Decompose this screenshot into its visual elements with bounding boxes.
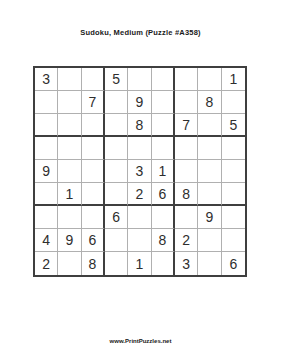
cell-r7c6 (152, 206, 175, 229)
cell-r3c6 (152, 114, 175, 137)
cell-r3c3 (82, 114, 105, 137)
footer-url: www.PrintPuzzles.net (0, 338, 281, 344)
page: Sudoku, Medium (Puzzle #A358) 3517988759… (0, 0, 281, 363)
cell-r2c7 (175, 91, 198, 114)
cell-r2c2 (58, 91, 81, 114)
cell-r8c5 (128, 229, 151, 252)
cell-r3c8 (198, 114, 221, 137)
cell-r6c9 (222, 183, 245, 206)
cell-r7c2 (58, 206, 81, 229)
cell-r8c2: 9 (58, 229, 81, 252)
cell-r3c7: 7 (175, 114, 198, 137)
cell-r4c3 (82, 137, 105, 160)
puzzle-title: Sudoku, Medium (Puzzle #A358) (0, 28, 281, 37)
cell-r1c7 (175, 68, 198, 91)
cell-r7c7 (175, 206, 198, 229)
cell-r5c1: 9 (35, 160, 58, 183)
cell-r1c8 (198, 68, 221, 91)
cell-r3c2 (58, 114, 81, 137)
cell-r7c1 (35, 206, 58, 229)
cell-r9c8 (198, 252, 221, 275)
cell-r8c3: 6 (82, 229, 105, 252)
cell-r7c3 (82, 206, 105, 229)
cell-r3c5: 8 (128, 114, 151, 137)
cell-r5c5: 3 (128, 160, 151, 183)
cell-r2c6 (152, 91, 175, 114)
cell-r8c7: 2 (175, 229, 198, 252)
cell-r8c9 (222, 229, 245, 252)
cell-r6c6: 6 (152, 183, 175, 206)
cell-r4c5 (128, 137, 151, 160)
cell-r7c9 (222, 206, 245, 229)
cell-r4c8 (198, 137, 221, 160)
cell-r4c6 (152, 137, 175, 160)
cell-r1c5 (128, 68, 151, 91)
cell-r3c4 (105, 114, 128, 137)
cell-r6c3 (82, 183, 105, 206)
cell-r6c4 (105, 183, 128, 206)
cell-r4c2 (58, 137, 81, 160)
cell-r6c1 (35, 183, 58, 206)
cell-r7c4: 6 (105, 206, 128, 229)
cell-r1c3 (82, 68, 105, 91)
cell-r4c9 (222, 137, 245, 160)
cell-r8c1: 4 (35, 229, 58, 252)
cell-r5c8 (198, 160, 221, 183)
cell-r2c8: 8 (198, 91, 221, 114)
cell-r9c4 (105, 252, 128, 275)
cell-r8c6: 8 (152, 229, 175, 252)
cell-r2c1 (35, 91, 58, 114)
cell-r1c6 (152, 68, 175, 91)
cell-r1c9: 1 (222, 68, 245, 91)
cell-r6c2: 1 (58, 183, 81, 206)
cell-r5c3 (82, 160, 105, 183)
cell-r7c5 (128, 206, 151, 229)
cell-r4c1 (35, 137, 58, 160)
cell-r1c4: 5 (105, 68, 128, 91)
cell-r4c4 (105, 137, 128, 160)
sudoku-board: 3517988759311268694968228136 (33, 66, 247, 277)
cell-r3c1 (35, 114, 58, 137)
cell-r5c4 (105, 160, 128, 183)
cell-r6c7: 8 (175, 183, 198, 206)
cell-r9c3: 8 (82, 252, 105, 275)
cell-r9c6 (152, 252, 175, 275)
cell-r7c8: 9 (198, 206, 221, 229)
cell-r9c7: 3 (175, 252, 198, 275)
cell-r5c9 (222, 160, 245, 183)
cell-r9c9: 6 (222, 252, 245, 275)
cell-r6c8 (198, 183, 221, 206)
cell-r1c2 (58, 68, 81, 91)
cell-r2c5: 9 (128, 91, 151, 114)
cell-r2c3: 7 (82, 91, 105, 114)
cell-r3c9: 5 (222, 114, 245, 137)
cell-r9c2 (58, 252, 81, 275)
cell-r5c6: 1 (152, 160, 175, 183)
cell-r8c4 (105, 229, 128, 252)
cell-r2c9 (222, 91, 245, 114)
cell-r9c5: 1 (128, 252, 151, 275)
cell-r5c2 (58, 160, 81, 183)
cell-r4c7 (175, 137, 198, 160)
cell-r9c1: 2 (35, 252, 58, 275)
cell-r5c7 (175, 160, 198, 183)
cell-r2c4 (105, 91, 128, 114)
cell-r1c1: 3 (35, 68, 58, 91)
cell-r8c8 (198, 229, 221, 252)
cell-r6c5: 2 (128, 183, 151, 206)
